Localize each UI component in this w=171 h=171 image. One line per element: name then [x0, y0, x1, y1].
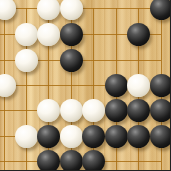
white-stone-c3r4[interactable]	[60, 99, 83, 122]
black-stone-c5r3[interactable]	[105, 74, 128, 97]
black-stone-c6r5[interactable]	[127, 125, 150, 148]
white-stone-c1r5[interactable]	[15, 125, 38, 148]
white-stone-c6r3[interactable]	[127, 74, 150, 97]
black-stone-c5r5[interactable]	[105, 125, 128, 148]
white-stone-c2r0[interactable]	[37, 0, 60, 20]
white-stone-c1r1[interactable]	[15, 23, 38, 46]
white-stone-c3r5[interactable]	[60, 125, 83, 148]
white-stone-c4r4[interactable]	[82, 99, 105, 122]
black-stone-c7r5[interactable]	[150, 125, 171, 148]
black-stone-c6r1[interactable]	[127, 23, 150, 46]
white-stone-c3r0[interactable]	[60, 0, 83, 20]
black-stone-c4r6[interactable]	[82, 150, 105, 171]
white-stone-c2r1[interactable]	[37, 23, 60, 46]
black-stone-c3r2[interactable]	[60, 49, 83, 72]
black-stone-c5r4[interactable]	[105, 99, 128, 122]
black-stone-c7r4[interactable]	[150, 99, 171, 122]
black-stone-c2r6[interactable]	[37, 150, 60, 171]
white-stone-c2r4[interactable]	[37, 99, 60, 122]
black-stone-c4r5[interactable]	[82, 125, 105, 148]
go-app-screen	[0, 0, 170, 170]
black-stone-c7r3[interactable]	[150, 74, 171, 97]
black-stone-c3r6[interactable]	[60, 150, 83, 171]
black-stone-c3r1[interactable]	[60, 23, 83, 46]
black-stone-c7r0[interactable]	[150, 0, 171, 20]
black-stone-c2r5[interactable]	[37, 125, 60, 148]
white-stone-c1r2[interactable]	[15, 49, 38, 72]
black-stone-c6r4[interactable]	[127, 99, 150, 122]
